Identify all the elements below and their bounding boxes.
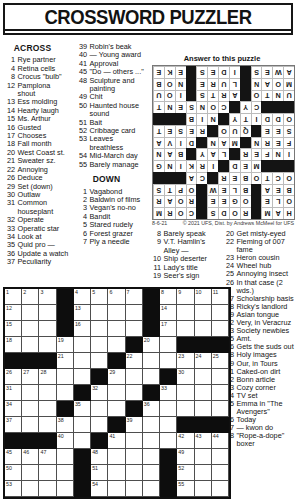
grid-cell[interactable] bbox=[143, 353, 160, 369]
answer-letter-cell: E bbox=[229, 172, 240, 184]
clue: 26In that case (2 wds.) bbox=[224, 279, 294, 295]
grid-cell[interactable] bbox=[195, 305, 212, 321]
answer-black-cell bbox=[153, 172, 164, 184]
grid-cell[interactable] bbox=[39, 481, 56, 497]
answer-letter-cell: L bbox=[218, 148, 229, 160]
cell-number: 36 bbox=[144, 401, 150, 408]
black-cell bbox=[91, 433, 108, 449]
grid-cell[interactable] bbox=[160, 337, 177, 353]
black-cell bbox=[74, 481, 91, 497]
cell-number: 13 bbox=[75, 305, 81, 312]
answer-letter-cell: T bbox=[261, 172, 272, 184]
grid-cell[interactable]: 52 bbox=[177, 465, 194, 481]
grid-cell[interactable] bbox=[39, 385, 56, 401]
grid-cell[interactable] bbox=[126, 385, 143, 401]
grid-cell[interactable] bbox=[177, 401, 194, 417]
black-cell bbox=[126, 337, 143, 353]
clue-text: Haunted house sound bbox=[90, 102, 147, 119]
cell-number: 23 bbox=[178, 353, 184, 360]
answer-letter-cell: S bbox=[153, 184, 164, 196]
grid-cell[interactable] bbox=[160, 401, 177, 417]
grid-cell[interactable]: 45 bbox=[5, 449, 22, 465]
grid-cell[interactable]: 23 bbox=[177, 353, 194, 369]
black-cell bbox=[143, 321, 160, 337]
grid-cell[interactable] bbox=[22, 337, 39, 353]
grid-cell[interactable] bbox=[39, 465, 56, 481]
answer-black-cell bbox=[186, 148, 197, 160]
grid-cell[interactable] bbox=[74, 369, 91, 385]
answer-letter-cell: O bbox=[175, 195, 186, 207]
grid-cell[interactable] bbox=[108, 465, 125, 481]
grid-cell[interactable] bbox=[22, 481, 39, 497]
answer-letter-cell: K bbox=[164, 66, 175, 78]
cell-number: 35 bbox=[75, 401, 81, 408]
grid-cell[interactable]: 12 bbox=[5, 305, 22, 321]
clue-number: 7 bbox=[77, 238, 87, 246]
grid-cell[interactable]: 17 bbox=[160, 321, 177, 337]
answer-letter-cell: H bbox=[283, 207, 294, 219]
answer-letter-cell: T bbox=[207, 90, 218, 102]
grid-cell[interactable]: 54 bbox=[91, 481, 108, 497]
answer-black-cell bbox=[196, 195, 207, 207]
grid-cell[interactable] bbox=[195, 449, 212, 465]
grid-cell[interactable]: 51 bbox=[91, 465, 108, 481]
answer-letter-cell: D bbox=[261, 113, 272, 125]
grid-cell[interactable]: 4 bbox=[74, 289, 91, 305]
answer-black-cell bbox=[240, 66, 251, 78]
clue: 12Pamplona shout bbox=[5, 82, 70, 99]
copyright-row: 8-6-21 © 2021 UFS, Dist. by Andrews McMe… bbox=[152, 220, 294, 226]
black-cell bbox=[22, 353, 39, 369]
answer-letter-cell: A bbox=[207, 148, 218, 160]
grid-cell[interactable]: 14 bbox=[160, 305, 177, 321]
answer-letter-cell: R bbox=[207, 78, 218, 90]
answer-letter-cell: I bbox=[196, 113, 207, 125]
answer-letter-cell: E bbox=[272, 125, 283, 137]
cell-number: 55 bbox=[178, 481, 184, 488]
answer-letter-cell: S bbox=[186, 101, 197, 113]
answer-black-cell bbox=[272, 160, 283, 172]
grid-cell[interactable]: 29 bbox=[108, 369, 125, 385]
clue-text: Emma in "The Avengers" bbox=[237, 400, 295, 416]
grid-cell[interactable] bbox=[126, 481, 143, 497]
answer-letter-cell: N bbox=[164, 160, 175, 172]
grid-cell[interactable]: 26 bbox=[5, 369, 22, 385]
black-cell bbox=[143, 289, 160, 305]
grid-cell[interactable] bbox=[22, 305, 39, 321]
grid-cell[interactable] bbox=[195, 401, 212, 417]
answer-letter-cell: A bbox=[229, 90, 240, 102]
grid-cell[interactable] bbox=[91, 417, 108, 433]
clue-text: Ply a needle bbox=[90, 238, 147, 246]
grid-cell[interactable]: 33 bbox=[160, 385, 177, 401]
answer-black-cell bbox=[261, 101, 272, 113]
grid-cell[interactable] bbox=[22, 417, 39, 433]
grid-cell[interactable]: 37 bbox=[5, 417, 22, 433]
answer-letter-cell: N bbox=[207, 137, 218, 149]
grid-cell[interactable] bbox=[74, 417, 91, 433]
answer-letter-cell: N bbox=[272, 148, 283, 160]
clue-number: 37 bbox=[5, 258, 15, 266]
clue-text: Common houseplant bbox=[18, 199, 71, 216]
grid-cell[interactable] bbox=[108, 305, 125, 321]
grid-cell[interactable] bbox=[177, 385, 194, 401]
grid-cell[interactable] bbox=[57, 369, 74, 385]
answer-letter-cell: E bbox=[272, 184, 283, 196]
cell-number: 43 bbox=[196, 433, 202, 440]
grid-cell[interactable]: 34 bbox=[5, 401, 22, 417]
cell-number: 30 bbox=[178, 369, 184, 376]
grid-cell[interactable] bbox=[212, 481, 229, 497]
grid-cell[interactable] bbox=[212, 385, 229, 401]
grid-cell[interactable] bbox=[177, 305, 194, 321]
clue-text: Pamplona shout bbox=[18, 82, 71, 99]
answer-letter-cell: S bbox=[196, 66, 207, 78]
clue-number: 19 bbox=[151, 272, 161, 280]
black-cell bbox=[74, 449, 91, 465]
cell-number: 32 bbox=[92, 385, 98, 392]
grid-cell[interactable]: 22 bbox=[126, 353, 143, 369]
grid-cell[interactable]: 1 bbox=[5, 289, 22, 305]
answer-letter-cell: E bbox=[207, 66, 218, 78]
black-cell bbox=[160, 449, 177, 465]
answer-letter-cell: I bbox=[175, 137, 186, 149]
black-cell bbox=[39, 433, 56, 449]
grid-cell[interactable] bbox=[108, 321, 125, 337]
answer-grid: HAMRODSCORMOLEOGEEROARBEABLEWOPTSOCTOBER… bbox=[152, 65, 295, 220]
answer-letter-cell: T bbox=[261, 90, 272, 102]
grid-cell[interactable]: 36 bbox=[143, 401, 160, 417]
grid-cell[interactable] bbox=[108, 337, 125, 353]
grid-cell[interactable] bbox=[74, 353, 91, 369]
answer-letter-cell: C bbox=[196, 172, 207, 184]
grid-cell[interactable]: 8 bbox=[160, 289, 177, 305]
grid-cell[interactable] bbox=[212, 449, 229, 465]
grid-cell[interactable] bbox=[22, 385, 39, 401]
cell-number: 20 bbox=[144, 337, 150, 344]
black-cell bbox=[212, 417, 229, 433]
grid-cell[interactable] bbox=[212, 321, 229, 337]
cell-number: 29 bbox=[109, 369, 115, 376]
grid-cell[interactable]: 27 bbox=[22, 369, 39, 385]
grid-cell[interactable]: 24 bbox=[195, 353, 212, 369]
grid-cell[interactable] bbox=[57, 449, 74, 465]
answer-letter-cell: L bbox=[229, 78, 240, 90]
grid-cell[interactable]: 35 bbox=[74, 401, 91, 417]
cell-number: 28 bbox=[40, 369, 46, 376]
answer-letter-cell: Y bbox=[196, 148, 207, 160]
grid-cell[interactable]: 13 bbox=[74, 305, 91, 321]
answer-letter-cell: F bbox=[283, 137, 294, 149]
answer-letter-cell: I bbox=[175, 90, 186, 102]
answer-letter-cell: E bbox=[153, 66, 164, 78]
black-cell bbox=[108, 417, 125, 433]
cell-number: 33 bbox=[161, 385, 167, 392]
answer-letter-cell: E bbox=[240, 160, 251, 172]
grid-cell[interactable] bbox=[39, 337, 56, 353]
answer-letter-cell: O bbox=[164, 90, 175, 102]
grid-cell[interactable] bbox=[160, 433, 177, 449]
cell-number: 46 bbox=[23, 449, 29, 456]
answer-black-cell bbox=[218, 113, 229, 125]
grid-cell[interactable] bbox=[212, 369, 229, 385]
answer-letter-cell: S bbox=[251, 66, 262, 78]
grid-cell[interactable]: 55 bbox=[177, 481, 194, 497]
cell-number: 54 bbox=[92, 481, 98, 488]
answer-letter-cell: E bbox=[272, 137, 283, 149]
grid-cell[interactable]: 31 bbox=[5, 385, 22, 401]
grid-cell[interactable]: 50 bbox=[5, 465, 22, 481]
grid-cell[interactable] bbox=[126, 369, 143, 385]
grid-cell[interactable]: 32 bbox=[91, 385, 108, 401]
grid-cell[interactable] bbox=[126, 449, 143, 465]
cell-number: 34 bbox=[6, 401, 12, 408]
grid-cell[interactable] bbox=[39, 305, 56, 321]
grid-cell[interactable] bbox=[177, 321, 194, 337]
answer-letter-cell: D bbox=[186, 137, 197, 149]
clue: 3Vegan's no-no bbox=[77, 204, 146, 212]
black-cell bbox=[57, 321, 74, 337]
black-cell bbox=[22, 433, 39, 449]
grid-cell[interactable] bbox=[22, 401, 39, 417]
grid-cell[interactable] bbox=[212, 305, 229, 321]
answer-black-cell bbox=[272, 101, 283, 113]
cell-number: 44 bbox=[213, 433, 219, 440]
grid-cell[interactable]: 15 bbox=[5, 321, 22, 337]
answer-letter-cell: U bbox=[283, 90, 294, 102]
answer-black-cell bbox=[186, 90, 197, 102]
grid-cell[interactable]: 38 bbox=[57, 417, 74, 433]
grid-cell[interactable] bbox=[160, 353, 177, 369]
grid-cell[interactable]: 18 bbox=[5, 337, 22, 353]
answer-black-cell bbox=[186, 66, 197, 78]
title-double-rule bbox=[5, 29, 291, 35]
grid-cell[interactable] bbox=[195, 369, 212, 385]
answer-letter-cell: T bbox=[153, 125, 164, 137]
grid-cell[interactable]: 46 bbox=[22, 449, 39, 465]
answer-letter-cell: R bbox=[240, 207, 251, 219]
answer-letter-cell: C bbox=[218, 101, 229, 113]
answer-letter-cell: R bbox=[196, 160, 207, 172]
grid-cell[interactable]: 48 bbox=[91, 449, 108, 465]
answer-letter-cell: G bbox=[229, 195, 240, 207]
answer-letter-cell: M bbox=[229, 137, 240, 149]
grid-cell[interactable]: 41 bbox=[108, 433, 125, 449]
grid-cell[interactable]: 30 bbox=[177, 369, 194, 385]
answer-black-cell bbox=[218, 160, 229, 172]
answer-black-cell bbox=[229, 101, 240, 113]
clue-number: 55 bbox=[77, 161, 87, 169]
title-box: CROSSWORD PUZZLER bbox=[3, 3, 293, 35]
grid-cell[interactable]: 49 bbox=[177, 449, 194, 465]
grid-cell[interactable] bbox=[108, 481, 125, 497]
grid-cell[interactable]: 10 bbox=[195, 289, 212, 305]
clue-number: 50 bbox=[77, 102, 87, 119]
answer-letter-cell: T bbox=[164, 184, 175, 196]
grid-cell[interactable]: 7 bbox=[126, 289, 143, 305]
puzzle-date: 8-6-21 bbox=[152, 220, 178, 226]
grid-cell[interactable]: 11 bbox=[212, 289, 229, 305]
grid-cell[interactable]: 40 bbox=[57, 433, 74, 449]
grid-cell[interactable]: 21 bbox=[57, 353, 74, 369]
cell-number: 5 bbox=[92, 289, 95, 296]
cell-number: 49 bbox=[178, 449, 184, 456]
answer-letter-cell: C bbox=[186, 207, 197, 219]
grid-cell[interactable] bbox=[108, 401, 125, 417]
grid-cell[interactable] bbox=[108, 449, 125, 465]
grid-cell[interactable]: 25 bbox=[212, 353, 229, 369]
clue: 43Cozy corner bbox=[224, 384, 294, 392]
grid-cell[interactable]: 47 bbox=[39, 449, 56, 465]
answer-letter-cell: S bbox=[207, 207, 218, 219]
grid-cell[interactable]: 16 bbox=[74, 321, 91, 337]
answer-letter-cell: A bbox=[283, 66, 294, 78]
answer-letter-cell: E bbox=[261, 195, 272, 207]
grid-cell[interactable] bbox=[126, 465, 143, 481]
answer-black-cell bbox=[196, 137, 207, 149]
answer-letter-cell: R bbox=[164, 207, 175, 219]
grid-cell[interactable] bbox=[91, 401, 108, 417]
clue-text: Barely manage bbox=[90, 161, 147, 169]
cell-number: 41 bbox=[109, 433, 115, 440]
grid-cell[interactable] bbox=[126, 321, 143, 337]
grid-cell[interactable]: 3 bbox=[39, 289, 56, 305]
answer-black-cell bbox=[251, 125, 262, 137]
answer-letter-cell: B bbox=[240, 172, 251, 184]
answer-letter-cell: W bbox=[207, 184, 218, 196]
clue-text: Sculpture and painting bbox=[90, 77, 147, 94]
answer-black-cell bbox=[251, 207, 262, 219]
answer-letter-cell: R bbox=[196, 125, 207, 137]
grid-cell[interactable]: 19 bbox=[57, 337, 74, 353]
answer-letter-cell: O bbox=[240, 195, 251, 207]
answer-letter-cell: W bbox=[272, 66, 283, 78]
grid-cell[interactable] bbox=[143, 369, 160, 385]
clue: 53Leaves breathless bbox=[77, 135, 146, 152]
copyright-text: © 2021 UFS, Dist. by Andrews McMeel for … bbox=[178, 220, 294, 226]
cell-number: 7 bbox=[127, 289, 130, 296]
answer-letter-cell: D bbox=[218, 207, 229, 219]
grid-cell[interactable]: 39 bbox=[126, 417, 143, 433]
grid-cell[interactable] bbox=[74, 433, 91, 449]
clue-column-4: 20Get misty-eyed22Fleming of 007 fame23H… bbox=[224, 230, 294, 449]
clue-text: Seer's sign bbox=[164, 272, 221, 280]
grid-cell[interactable] bbox=[143, 481, 160, 497]
page-title: CROSSWORD PUZZLER bbox=[22, 5, 274, 29]
grid-cell[interactable] bbox=[143, 417, 160, 433]
answer-letter-cell: B bbox=[240, 184, 251, 196]
grid-cell[interactable]: 28 bbox=[39, 369, 56, 385]
grid-cell[interactable] bbox=[143, 449, 160, 465]
grid-cell[interactable] bbox=[212, 465, 229, 481]
cell-number: 22 bbox=[127, 353, 133, 360]
grid-cell[interactable] bbox=[108, 385, 125, 401]
grid-cell[interactable]: 43 bbox=[195, 433, 212, 449]
grid-cell[interactable] bbox=[22, 465, 39, 481]
grid-cell[interactable] bbox=[195, 481, 212, 497]
grid-cell[interactable] bbox=[74, 337, 91, 353]
grid-cell[interactable] bbox=[212, 401, 229, 417]
answer-letter-cell: I bbox=[175, 160, 186, 172]
answer-black-cell bbox=[207, 125, 218, 137]
black-cell bbox=[143, 385, 160, 401]
grid-cell[interactable] bbox=[195, 465, 212, 481]
grid-cell[interactable]: 42 bbox=[177, 433, 194, 449]
black-cell bbox=[195, 337, 212, 353]
cell-number: 2 bbox=[23, 289, 26, 296]
clue: 22Fleming of 007 fame bbox=[224, 238, 294, 254]
grid-cell[interactable] bbox=[126, 305, 143, 321]
black-cell bbox=[5, 353, 22, 369]
answer-letter-cell: A bbox=[186, 172, 197, 184]
grid-cell[interactable]: 53 bbox=[5, 481, 22, 497]
grid-cell[interactable] bbox=[57, 385, 74, 401]
grid-cell[interactable]: 6 bbox=[108, 289, 125, 305]
grid-cell[interactable] bbox=[160, 417, 177, 433]
answer-letter-cell: N bbox=[272, 90, 283, 102]
cell-number: 52 bbox=[178, 465, 184, 472]
answer-letter-cell: T bbox=[153, 101, 164, 113]
grid-cell[interactable] bbox=[91, 305, 108, 321]
grid-cell[interactable] bbox=[91, 353, 108, 369]
answer-black-cell bbox=[240, 137, 251, 149]
across-clue-list-2: 39Robin's beak40— Young award41Approval4… bbox=[77, 43, 146, 169]
answer-letter-cell: U bbox=[229, 125, 240, 137]
grid-cell[interactable]: 44 bbox=[212, 433, 229, 449]
down-clue-list-3: 20Get misty-eyed22Fleming of 007 fame23H… bbox=[224, 230, 294, 449]
grid-cell[interactable]: 9 bbox=[177, 289, 194, 305]
down-header: DOWN bbox=[77, 175, 136, 183]
grid-cell[interactable] bbox=[91, 321, 108, 337]
black-cell bbox=[212, 337, 229, 353]
black-cell bbox=[74, 465, 91, 481]
grid-cell[interactable] bbox=[39, 321, 56, 337]
clue-column-3: 8Barely speak9V.T. Hamlin's Alley —10Shi… bbox=[151, 230, 220, 280]
answer-letter-cell: S bbox=[283, 125, 294, 137]
answer-letter-cell: M bbox=[261, 207, 272, 219]
grid-cell[interactable] bbox=[39, 401, 56, 417]
answer-letter-cell: I bbox=[283, 148, 294, 160]
answer-black-cell bbox=[153, 113, 164, 125]
cell-number: 47 bbox=[40, 449, 46, 456]
grid-cell[interactable] bbox=[143, 465, 160, 481]
black-cell bbox=[160, 369, 177, 385]
black-cell bbox=[160, 465, 177, 481]
grid-cell[interactable] bbox=[57, 481, 74, 497]
grid-cell[interactable]: 20 bbox=[143, 337, 160, 353]
grid-cell[interactable]: 5 bbox=[91, 289, 108, 305]
answer-letter-cell: E bbox=[218, 184, 229, 196]
grid-cell[interactable] bbox=[195, 385, 212, 401]
cell-number: 50 bbox=[6, 465, 12, 472]
grid-cell[interactable] bbox=[126, 433, 143, 449]
grid-cell[interactable] bbox=[195, 321, 212, 337]
grid-cell[interactable]: 2 bbox=[22, 289, 39, 305]
clue: 48Sculpture and painting bbox=[77, 77, 146, 94]
clue-number: 31 bbox=[5, 199, 15, 216]
cell-number: 27 bbox=[23, 369, 29, 376]
grid-cell[interactable] bbox=[143, 433, 160, 449]
grid-cell[interactable] bbox=[57, 465, 74, 481]
grid-cell[interactable] bbox=[39, 417, 56, 433]
answer-black-cell bbox=[207, 172, 218, 184]
answer-black-cell bbox=[186, 78, 197, 90]
answer-letter-cell: O bbox=[272, 78, 283, 90]
grid-cell[interactable] bbox=[22, 321, 39, 337]
answer-letter-cell: O bbox=[251, 172, 262, 184]
grid-cell[interactable] bbox=[91, 337, 108, 353]
answer-letter-cell: E bbox=[218, 195, 229, 207]
